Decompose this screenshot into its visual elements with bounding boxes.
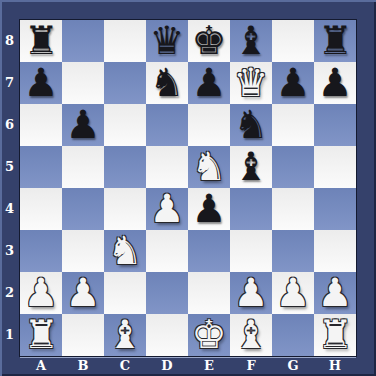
piece-white-pawn-b2: ♟	[66, 272, 101, 314]
rank-label-2: 2	[0, 272, 19, 314]
piece-white-bishop-f1: ♝	[234, 314, 269, 356]
piece-white-pawn-g2: ♟	[276, 272, 311, 314]
file-label-a: A	[20, 357, 62, 375]
file-label-f: F	[230, 357, 272, 375]
square-d1[interactable]	[146, 314, 188, 356]
piece-white-pawn-f2: ♟	[234, 272, 269, 314]
square-d8[interactable]: ♛	[146, 20, 188, 62]
file-label-c: C	[104, 357, 146, 375]
square-e3[interactable]	[188, 230, 230, 272]
square-c5[interactable]	[104, 146, 146, 188]
piece-white-queen-f7: ♛	[234, 62, 269, 104]
rank-label-6: 6	[0, 104, 19, 146]
file-label-d: D	[146, 357, 188, 375]
square-c6[interactable]	[104, 104, 146, 146]
square-e5[interactable]: ♞	[188, 146, 230, 188]
rank-label-1: 1	[0, 314, 19, 356]
piece-black-knight-d7: ♞	[150, 62, 185, 104]
square-h3[interactable]	[314, 230, 356, 272]
piece-white-pawn-d4: ♟	[150, 188, 185, 230]
square-a4[interactable]	[20, 188, 62, 230]
square-f4[interactable]	[230, 188, 272, 230]
square-b3[interactable]	[62, 230, 104, 272]
square-f8[interactable]: ♝	[230, 20, 272, 62]
piece-white-knight-c3: ♞	[108, 230, 143, 272]
file-label-h: H	[314, 357, 356, 375]
rank-label-8: 8	[0, 20, 19, 62]
square-f1[interactable]: ♝	[230, 314, 272, 356]
piece-black-bishop-f8: ♝	[234, 20, 269, 62]
piece-black-knight-f6: ♞	[234, 104, 269, 146]
square-c3[interactable]: ♞	[104, 230, 146, 272]
square-e1[interactable]: ♚	[188, 314, 230, 356]
square-d3[interactable]	[146, 230, 188, 272]
rank-label-3: 3	[0, 230, 19, 272]
square-c8[interactable]	[104, 20, 146, 62]
square-a1[interactable]: ♜	[20, 314, 62, 356]
piece-black-pawn-e4: ♟	[192, 188, 227, 230]
square-a5[interactable]	[20, 146, 62, 188]
piece-white-bishop-c1: ♝	[108, 314, 143, 356]
square-a6[interactable]	[20, 104, 62, 146]
square-g7[interactable]: ♟	[272, 62, 314, 104]
square-c2[interactable]	[104, 272, 146, 314]
file-label-e: E	[188, 357, 230, 375]
piece-black-king-e8: ♚	[192, 20, 227, 62]
piece-black-pawn-b6: ♟	[66, 104, 101, 146]
square-g1[interactable]	[272, 314, 314, 356]
square-b8[interactable]	[62, 20, 104, 62]
square-a8[interactable]: ♜	[20, 20, 62, 62]
square-h1[interactable]: ♜	[314, 314, 356, 356]
square-f6[interactable]: ♞	[230, 104, 272, 146]
square-b1[interactable]	[62, 314, 104, 356]
piece-white-pawn-a2: ♟	[24, 272, 59, 314]
square-h2[interactable]: ♟	[314, 272, 356, 314]
square-e7[interactable]: ♟	[188, 62, 230, 104]
square-g5[interactable]	[272, 146, 314, 188]
square-b5[interactable]	[62, 146, 104, 188]
square-g8[interactable]	[272, 20, 314, 62]
square-b7[interactable]	[62, 62, 104, 104]
square-g6[interactable]	[272, 104, 314, 146]
square-h4[interactable]	[314, 188, 356, 230]
piece-black-pawn-g7: ♟	[276, 62, 311, 104]
square-c7[interactable]	[104, 62, 146, 104]
square-b2[interactable]: ♟	[62, 272, 104, 314]
file-label-b: B	[62, 357, 104, 375]
square-h6[interactable]	[314, 104, 356, 146]
square-e2[interactable]	[188, 272, 230, 314]
square-e4[interactable]: ♟	[188, 188, 230, 230]
square-f2[interactable]: ♟	[230, 272, 272, 314]
chessboard: ♜♛♚♝♜♟♞♟♛♟♟♟♞♞♝♟♟♞♟♟♟♟♟♜♝♚♝♜	[20, 20, 356, 356]
square-g4[interactable]	[272, 188, 314, 230]
piece-black-pawn-e7: ♟	[192, 62, 227, 104]
square-c4[interactable]	[104, 188, 146, 230]
piece-white-knight-e5: ♞	[192, 146, 227, 188]
square-a7[interactable]: ♟	[20, 62, 62, 104]
file-label-g: G	[272, 357, 314, 375]
square-g2[interactable]: ♟	[272, 272, 314, 314]
square-a3[interactable]	[20, 230, 62, 272]
piece-white-king-e1: ♚	[192, 314, 227, 356]
piece-black-pawn-a7: ♟	[24, 62, 59, 104]
piece-black-rook-h8: ♜	[318, 20, 353, 62]
square-h8[interactable]: ♜	[314, 20, 356, 62]
square-c1[interactable]: ♝	[104, 314, 146, 356]
square-f3[interactable]	[230, 230, 272, 272]
square-b4[interactable]	[62, 188, 104, 230]
square-d7[interactable]: ♞	[146, 62, 188, 104]
rank-label-4: 4	[0, 188, 19, 230]
piece-black-bishop-f5: ♝	[234, 146, 269, 188]
square-f5[interactable]: ♝	[230, 146, 272, 188]
chessboard-frame: ♜♛♚♝♜♟♞♟♛♟♟♟♞♞♝♟♟♞♟♟♟♟♟♜♝♚♝♜ 87654321 AB…	[0, 0, 376, 376]
square-f7[interactable]: ♛	[230, 62, 272, 104]
piece-black-rook-a8: ♜	[24, 20, 59, 62]
square-g3[interactable]	[272, 230, 314, 272]
square-d5[interactable]	[146, 146, 188, 188]
rank-label-7: 7	[0, 62, 19, 104]
piece-black-queen-d8: ♛	[150, 20, 185, 62]
square-d2[interactable]	[146, 272, 188, 314]
square-e6[interactable]	[188, 104, 230, 146]
piece-white-rook-h1: ♜	[318, 314, 353, 356]
square-h7[interactable]: ♟	[314, 62, 356, 104]
square-d6[interactable]	[146, 104, 188, 146]
rank-label-5: 5	[0, 146, 19, 188]
square-e8[interactable]: ♚	[188, 20, 230, 62]
square-h5[interactable]	[314, 146, 356, 188]
square-d4[interactable]: ♟	[146, 188, 188, 230]
piece-white-rook-a1: ♜	[24, 314, 59, 356]
square-b6[interactable]: ♟	[62, 104, 104, 146]
piece-white-pawn-h2: ♟	[318, 272, 353, 314]
piece-black-pawn-h7: ♟	[318, 62, 353, 104]
square-a2[interactable]: ♟	[20, 272, 62, 314]
